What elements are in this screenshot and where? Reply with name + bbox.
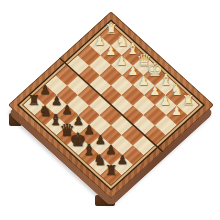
chess-set-photo: ♜♞♝♛♚♝♞♜♟♟♟♟♟♟♟♟♟♟♟♟♟♟♟♟♜♞♝♛♚♝♞♜ [0,0,220,220]
chess-board: ♜♞♝♛♚♝♞♜♟♟♟♟♟♟♟♟♟♟♟♟♟♟♟♟♜♞♝♛♚♝♞♜ [8,11,214,199]
white-rook: ♜ [103,22,119,38]
